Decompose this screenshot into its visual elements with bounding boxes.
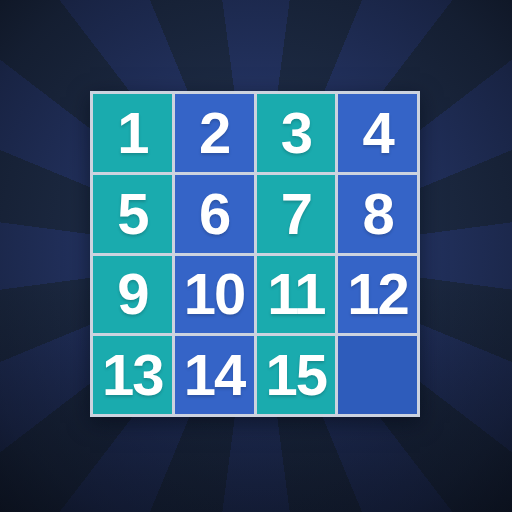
tile-15[interactable]: 15 — [257, 336, 336, 414]
tile-1[interactable]: 1 — [93, 94, 172, 172]
tile-3[interactable]: 3 — [257, 94, 336, 172]
tile-2[interactable]: 2 — [175, 94, 254, 172]
tile-10[interactable]: 10 — [175, 256, 254, 334]
tile-11[interactable]: 11 — [257, 256, 336, 334]
empty-cell — [338, 336, 417, 414]
puzzle-board: 123456789101112131415 — [90, 91, 420, 417]
tile-4[interactable]: 4 — [338, 94, 417, 172]
tile-8[interactable]: 8 — [338, 175, 417, 253]
tile-5[interactable]: 5 — [93, 175, 172, 253]
tile-6[interactable]: 6 — [175, 175, 254, 253]
tile-9[interactable]: 9 — [93, 256, 172, 334]
tile-12[interactable]: 12 — [338, 256, 417, 334]
tile-7[interactable]: 7 — [257, 175, 336, 253]
tile-13[interactable]: 13 — [93, 336, 172, 414]
tile-14[interactable]: 14 — [175, 336, 254, 414]
